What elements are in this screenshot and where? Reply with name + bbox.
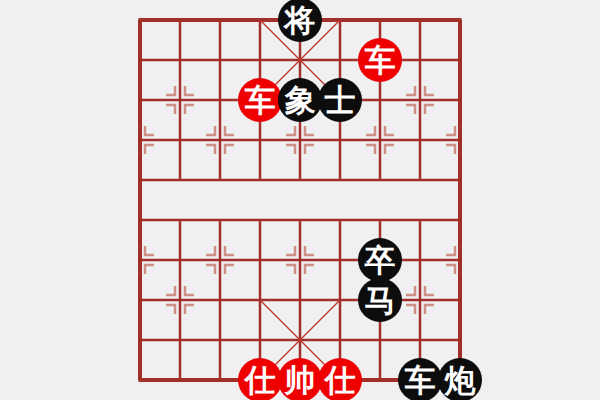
piece-black-chariot[interactable]: 车 [398,358,442,400]
pieces-layer: 将车车象士卒马仕帅仕车炮 [120,0,480,400]
piece-black-elephant[interactable]: 象 [278,78,322,122]
xiangqi-board-stage: 将车车象士卒马仕帅仕车炮 [0,0,600,400]
piece-red-chariot[interactable]: 车 [238,78,282,122]
piece-black-soldier[interactable]: 卒 [358,238,402,282]
piece-black-general[interactable]: 将 [278,0,322,42]
piece-red-chariot[interactable]: 车 [358,38,402,82]
piece-black-horse[interactable]: 马 [358,278,402,322]
piece-black-advisor[interactable]: 士 [318,78,362,122]
piece-red-general[interactable]: 帅 [278,358,322,400]
piece-black-cannon[interactable]: 炮 [438,358,482,400]
piece-red-advisor[interactable]: 仕 [238,358,282,400]
piece-red-advisor[interactable]: 仕 [318,358,362,400]
